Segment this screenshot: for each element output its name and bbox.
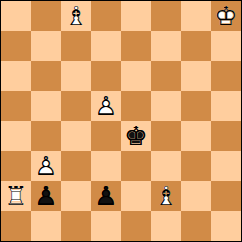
square-g5[interactable] bbox=[181, 91, 211, 121]
square-h3[interactable] bbox=[211, 151, 241, 181]
square-a6[interactable] bbox=[1, 61, 31, 91]
square-f4[interactable] bbox=[151, 121, 181, 151]
white-king-fill: ♚ bbox=[211, 1, 241, 31]
square-e3[interactable] bbox=[121, 151, 151, 181]
square-c7[interactable] bbox=[61, 31, 91, 61]
square-g1[interactable] bbox=[181, 211, 211, 241]
square-h4[interactable] bbox=[211, 121, 241, 151]
black-king: ♔ bbox=[121, 121, 151, 151]
square-f8[interactable] bbox=[151, 1, 181, 31]
square-e5[interactable] bbox=[121, 91, 151, 121]
square-e1[interactable] bbox=[121, 211, 151, 241]
square-f6[interactable] bbox=[151, 61, 181, 91]
square-a2[interactable]: ♜♖ bbox=[1, 181, 31, 211]
black-king-fill: ♚ bbox=[121, 121, 151, 151]
white-pawn-fill: ♟ bbox=[91, 91, 121, 121]
white-bishop-fill: ♝ bbox=[151, 181, 181, 211]
square-g4[interactable] bbox=[181, 121, 211, 151]
square-a8[interactable] bbox=[1, 1, 31, 31]
square-e8[interactable] bbox=[121, 1, 151, 31]
square-a7[interactable] bbox=[1, 31, 31, 61]
square-b3[interactable]: ♟♙ bbox=[31, 151, 61, 181]
square-f2[interactable]: ♝♗ bbox=[151, 181, 181, 211]
square-h7[interactable] bbox=[211, 31, 241, 61]
square-h6[interactable] bbox=[211, 61, 241, 91]
square-b6[interactable] bbox=[31, 61, 61, 91]
square-d1[interactable] bbox=[91, 211, 121, 241]
square-e2[interactable] bbox=[121, 181, 151, 211]
square-f5[interactable] bbox=[151, 91, 181, 121]
white-bishop: ♗ bbox=[151, 181, 181, 211]
white-bishop-fill: ♝ bbox=[61, 1, 91, 31]
square-d6[interactable] bbox=[91, 61, 121, 91]
square-c1[interactable] bbox=[61, 211, 91, 241]
square-h1[interactable] bbox=[211, 211, 241, 241]
square-d7[interactable] bbox=[91, 31, 121, 61]
square-a1[interactable] bbox=[1, 211, 31, 241]
square-f1[interactable] bbox=[151, 211, 181, 241]
chess-board: ♝♗♚♔♟♙♚♔♟♙♜♖♟♙♟♙♝♗ bbox=[0, 0, 242, 242]
square-b8[interactable] bbox=[31, 1, 61, 31]
square-g8[interactable] bbox=[181, 1, 211, 31]
white-pawn: ♙ bbox=[31, 151, 61, 181]
square-c5[interactable] bbox=[61, 91, 91, 121]
square-b4[interactable] bbox=[31, 121, 61, 151]
square-c2[interactable] bbox=[61, 181, 91, 211]
white-king: ♔ bbox=[211, 1, 241, 31]
white-bishop: ♗ bbox=[61, 1, 91, 31]
square-e7[interactable] bbox=[121, 31, 151, 61]
black-pawn: ♙ bbox=[91, 181, 121, 211]
white-rook: ♖ bbox=[1, 181, 31, 211]
square-f3[interactable] bbox=[151, 151, 181, 181]
black-pawn-fill: ♟ bbox=[31, 181, 61, 211]
white-pawn-fill: ♟ bbox=[31, 151, 61, 181]
square-c6[interactable] bbox=[61, 61, 91, 91]
square-d4[interactable] bbox=[91, 121, 121, 151]
square-a4[interactable] bbox=[1, 121, 31, 151]
square-g6[interactable] bbox=[181, 61, 211, 91]
square-g3[interactable] bbox=[181, 151, 211, 181]
white-pawn: ♙ bbox=[91, 91, 121, 121]
black-pawn-fill: ♟ bbox=[91, 181, 121, 211]
square-g2[interactable] bbox=[181, 181, 211, 211]
square-c8[interactable]: ♝♗ bbox=[61, 1, 91, 31]
square-d5[interactable]: ♟♙ bbox=[91, 91, 121, 121]
square-h8[interactable]: ♚♔ bbox=[211, 1, 241, 31]
square-b2[interactable]: ♟♙ bbox=[31, 181, 61, 211]
square-h5[interactable] bbox=[211, 91, 241, 121]
square-d3[interactable] bbox=[91, 151, 121, 181]
square-c4[interactable] bbox=[61, 121, 91, 151]
square-g7[interactable] bbox=[181, 31, 211, 61]
black-pawn: ♙ bbox=[31, 181, 61, 211]
white-rook-fill: ♜ bbox=[1, 181, 31, 211]
square-a3[interactable] bbox=[1, 151, 31, 181]
square-f7[interactable] bbox=[151, 31, 181, 61]
square-b7[interactable] bbox=[31, 31, 61, 61]
square-e4[interactable]: ♚♔ bbox=[121, 121, 151, 151]
square-b1[interactable] bbox=[31, 211, 61, 241]
square-c3[interactable] bbox=[61, 151, 91, 181]
square-d2[interactable]: ♟♙ bbox=[91, 181, 121, 211]
square-b5[interactable] bbox=[31, 91, 61, 121]
square-d8[interactable] bbox=[91, 1, 121, 31]
square-e6[interactable] bbox=[121, 61, 151, 91]
square-h2[interactable] bbox=[211, 181, 241, 211]
square-a5[interactable] bbox=[1, 91, 31, 121]
